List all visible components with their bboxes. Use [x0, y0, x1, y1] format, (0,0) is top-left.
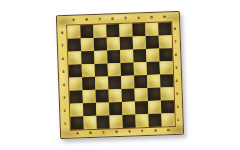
board-square[interactable]	[107, 50, 120, 63]
board-square[interactable]	[95, 63, 108, 76]
file-label: H	[161, 14, 168, 19]
board-square[interactable]	[158, 22, 171, 35]
board-square[interactable]	[121, 89, 134, 102]
rank-label: 3	[175, 90, 180, 97]
board-square[interactable]	[122, 101, 135, 114]
board-square[interactable]	[70, 90, 83, 103]
board-square[interactable]	[93, 24, 106, 37]
board-square[interactable]	[109, 102, 122, 115]
board-square[interactable]	[68, 38, 81, 51]
board-square[interactable]	[121, 63, 134, 76]
file-label: B	[87, 130, 94, 135]
rank-label: 1	[63, 120, 68, 127]
board-square[interactable]	[134, 62, 147, 75]
board-square[interactable]	[160, 87, 173, 100]
board-square[interactable]	[146, 36, 159, 49]
board-square[interactable]	[83, 116, 96, 129]
board-square[interactable]	[161, 100, 174, 113]
board-square[interactable]	[119, 24, 132, 37]
file-label: A	[74, 130, 81, 135]
board-square[interactable]	[95, 76, 108, 89]
rank-label: 7	[173, 38, 178, 45]
board-square[interactable]	[108, 89, 121, 102]
board-square[interactable]	[120, 37, 133, 50]
board-square[interactable]	[70, 116, 83, 129]
rank-label: 6	[173, 51, 178, 58]
board-square[interactable]	[147, 88, 160, 101]
file-label: C	[100, 130, 107, 135]
board-square[interactable]	[80, 25, 93, 38]
board-square[interactable]	[94, 50, 107, 63]
rank-label: 8	[59, 29, 64, 36]
file-label: F	[135, 15, 142, 20]
rank-label: 8	[172, 25, 177, 32]
board-square[interactable]	[132, 23, 145, 36]
board-square[interactable]	[81, 38, 94, 51]
photo-background: ABCDEFGH ABCDEFGH 87654321 87654321	[0, 0, 240, 150]
board-square[interactable]	[147, 62, 160, 75]
board-square[interactable]	[82, 64, 95, 77]
file-label: F	[139, 128, 146, 133]
board-square[interactable]	[135, 101, 148, 114]
board-square[interactable]	[135, 114, 148, 127]
file-label: E	[122, 16, 129, 21]
board-square[interactable]	[108, 63, 121, 76]
board-square[interactable]	[106, 24, 119, 37]
board-square[interactable]	[145, 23, 158, 36]
file-label: E	[126, 129, 133, 134]
rank-label: 3	[62, 94, 67, 101]
board-square[interactable]	[96, 102, 109, 115]
board-square[interactable]	[146, 49, 159, 62]
board-square[interactable]	[81, 51, 94, 64]
board-square[interactable]	[148, 114, 161, 127]
file-label: A	[70, 17, 77, 22]
rank-label: 2	[62, 107, 67, 114]
board-square[interactable]	[82, 77, 95, 90]
board-square[interactable]	[94, 37, 107, 50]
board-square[interactable]	[96, 89, 109, 102]
rank-label: 7	[60, 42, 65, 49]
board-square[interactable]	[70, 103, 83, 116]
board-square[interactable]	[134, 75, 147, 88]
board-square[interactable]	[120, 50, 133, 63]
board-square[interactable]	[160, 74, 173, 87]
board-square[interactable]	[96, 115, 109, 128]
board-square[interactable]	[122, 114, 135, 127]
board-square[interactable]	[67, 25, 80, 38]
file-label: G	[152, 128, 159, 133]
file-label: G	[148, 15, 155, 20]
board-square[interactable]	[108, 76, 121, 89]
board-square[interactable]	[159, 48, 172, 61]
rank-label: 4	[174, 77, 179, 84]
chess-board: ABCDEFGH ABCDEFGH 87654321 87654321	[56, 11, 184, 139]
board-square[interactable]	[83, 103, 96, 116]
rank-label: 6	[60, 55, 65, 62]
board-square[interactable]	[109, 115, 122, 128]
board-square[interactable]	[133, 36, 146, 49]
board-square[interactable]	[134, 88, 147, 101]
board-grid	[67, 22, 175, 130]
rank-label: 5	[174, 64, 179, 71]
board-square[interactable]	[107, 37, 120, 50]
rank-label: 1	[175, 116, 180, 123]
board-square[interactable]	[160, 61, 173, 74]
board-square[interactable]	[133, 49, 146, 62]
rank-label: 5	[61, 68, 66, 75]
board-square[interactable]	[161, 113, 174, 126]
board-square[interactable]	[121, 76, 134, 89]
rank-label: 4	[61, 81, 66, 88]
board-square[interactable]	[148, 101, 161, 114]
board-square[interactable]	[159, 35, 172, 48]
file-label: D	[109, 16, 116, 21]
board-frame	[66, 21, 176, 131]
file-label: D	[113, 129, 120, 134]
rank-label: 2	[175, 103, 180, 110]
file-label: B	[83, 17, 90, 22]
board-square[interactable]	[147, 75, 160, 88]
file-label: C	[96, 17, 103, 22]
board-square[interactable]	[69, 77, 82, 90]
file-label: H	[165, 127, 172, 132]
board-square[interactable]	[69, 64, 82, 77]
board-square[interactable]	[83, 90, 96, 103]
board-square[interactable]	[68, 51, 81, 64]
